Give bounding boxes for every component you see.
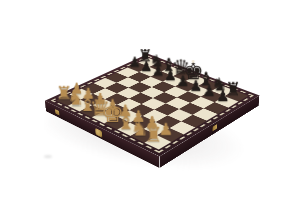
chess-set-photo: ♜♞♝♛♚♝♞♜♟♟♟♟♟♟♟♟♟♟♟♟♟♟♟♟♜♞♝♛♚♝♞♜ bbox=[0, 0, 300, 200]
piece-black-pawn-h7: ♟ bbox=[216, 89, 230, 104]
brass-hinge-icon bbox=[55, 109, 59, 115]
brass-hinge-icon bbox=[213, 124, 218, 131]
shadow-speck bbox=[44, 155, 52, 158]
piece-white-rook-h1: ♜ bbox=[144, 125, 162, 145]
piece-black-pawn-b7: ♟ bbox=[140, 60, 153, 74]
piece-black-pawn-d7: ♟ bbox=[164, 69, 177, 83]
brass-clasp-icon bbox=[95, 128, 102, 138]
piece-black-pawn-e7: ♟ bbox=[176, 74, 189, 89]
piece-black-pawn-c7: ♟ bbox=[151, 64, 164, 78]
piece-black-pawn-f7: ♟ bbox=[189, 79, 202, 94]
piece-black-pawn-g7: ♟ bbox=[202, 84, 215, 99]
piece-black-pawn-a7: ♟ bbox=[128, 55, 140, 69]
